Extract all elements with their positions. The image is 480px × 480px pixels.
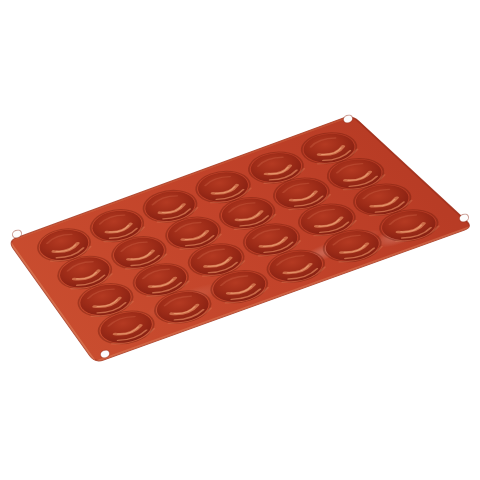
silicone-mold-image: [0, 0, 480, 480]
product-photo: [0, 0, 480, 480]
